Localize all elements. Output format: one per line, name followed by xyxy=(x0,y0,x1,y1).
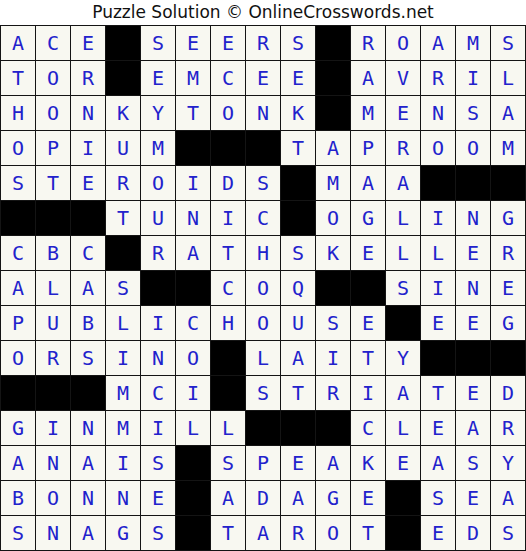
grid-cell: T xyxy=(36,166,70,200)
grid-cell: I xyxy=(106,341,140,375)
grid-cell: N xyxy=(456,271,490,305)
block-cell xyxy=(316,271,350,305)
grid-cell: Y xyxy=(386,341,420,375)
grid-cell: N xyxy=(71,96,105,130)
block-cell xyxy=(71,201,105,235)
grid-cell: A xyxy=(421,446,455,480)
grid-cell: R xyxy=(386,131,420,165)
grid-cell: R xyxy=(246,26,280,60)
grid-cell: T xyxy=(211,236,245,270)
grid-cell: E xyxy=(456,306,490,340)
grid-cell: A xyxy=(386,166,420,200)
block-cell xyxy=(491,341,525,375)
block-cell xyxy=(351,271,385,305)
grid-cell: A xyxy=(71,446,105,480)
grid-cell: P xyxy=(351,131,385,165)
block-cell xyxy=(1,376,35,410)
block-cell xyxy=(246,411,280,445)
grid-cell: N xyxy=(36,446,70,480)
block-cell xyxy=(281,201,315,235)
grid-cell: E xyxy=(456,481,490,515)
block-cell xyxy=(106,26,140,60)
block-cell xyxy=(176,131,210,165)
grid-cell: T xyxy=(1,61,35,95)
grid-cell: D xyxy=(246,481,280,515)
grid-cell: R xyxy=(491,411,525,445)
grid-cell: S xyxy=(316,306,350,340)
grid-cell: R xyxy=(281,516,315,550)
grid-cell: N xyxy=(141,341,175,375)
grid-cell: E xyxy=(491,271,525,305)
block-cell xyxy=(316,26,350,60)
grid-cell: L xyxy=(176,411,210,445)
grid-cell: I xyxy=(71,131,105,165)
grid-cell: T xyxy=(351,341,385,375)
grid-cell: L xyxy=(386,201,420,235)
grid-cell: I xyxy=(316,341,350,375)
grid-cell: R xyxy=(36,341,70,375)
grid-cell: S xyxy=(281,236,315,270)
grid-cell: M xyxy=(316,166,350,200)
grid-cell: S xyxy=(106,271,140,305)
grid-cell: A xyxy=(456,411,490,445)
grid-cell: N xyxy=(421,96,455,130)
grid-cell: N xyxy=(456,201,490,235)
grid-cell: E xyxy=(421,306,455,340)
grid-cell: S xyxy=(421,481,455,515)
grid-cell: Q xyxy=(281,271,315,305)
grid-cell: A xyxy=(1,271,35,305)
grid-cell: Y xyxy=(141,96,175,130)
grid-cell: A xyxy=(421,26,455,60)
grid-cell: C xyxy=(176,306,210,340)
grid-cell: M xyxy=(176,61,210,95)
grid-cell: A xyxy=(316,446,350,480)
grid-cell: N xyxy=(176,201,210,235)
block-cell xyxy=(211,131,245,165)
grid-cell: O xyxy=(36,61,70,95)
grid-cell: K xyxy=(316,236,350,270)
block-cell xyxy=(211,376,245,410)
block-cell xyxy=(106,236,140,270)
grid-cell: T xyxy=(176,96,210,130)
grid-cell: C xyxy=(211,61,245,95)
block-cell xyxy=(491,166,525,200)
block-cell xyxy=(316,411,350,445)
grid-cell: A xyxy=(71,516,105,550)
grid-cell: E xyxy=(211,26,245,60)
grid-cell: C xyxy=(141,376,175,410)
grid-cell: H xyxy=(1,96,35,130)
grid-cell: D xyxy=(491,376,525,410)
grid-cell: A xyxy=(71,271,105,305)
grid-cell: O xyxy=(316,201,350,235)
grid-cell: E xyxy=(71,26,105,60)
grid-cell: A xyxy=(281,481,315,515)
grid-cell: R xyxy=(491,236,525,270)
grid-cell: A xyxy=(1,446,35,480)
grid-cell: I xyxy=(456,61,490,95)
grid-cell: R xyxy=(421,61,455,95)
grid-cell: S xyxy=(491,516,525,550)
grid-cell: P xyxy=(36,131,70,165)
grid-cell: V xyxy=(386,61,420,95)
grid-cell: M xyxy=(141,131,175,165)
grid-cell: N xyxy=(106,481,140,515)
grid-cell: E xyxy=(421,411,455,445)
grid-cell: N xyxy=(71,411,105,445)
block-cell xyxy=(176,481,210,515)
grid-cell: N xyxy=(246,96,280,130)
crossword-grid: ACESEERSROAMSTOREMCEEAVRILHONKYTONKMENSA… xyxy=(0,25,526,551)
grid-cell: N xyxy=(36,516,70,550)
grid-cell: A xyxy=(211,481,245,515)
block-cell xyxy=(386,306,420,340)
grid-cell: C xyxy=(246,201,280,235)
grid-cell: L xyxy=(491,61,525,95)
grid-cell: K xyxy=(351,446,385,480)
grid-cell: B xyxy=(36,236,70,270)
grid-cell: I xyxy=(141,411,175,445)
grid-cell: S xyxy=(246,376,280,410)
grid-cell: C xyxy=(36,26,70,60)
grid-cell: S xyxy=(386,271,420,305)
grid-cell: O xyxy=(386,26,420,60)
grid-cell: M xyxy=(491,131,525,165)
grid-cell: E xyxy=(351,236,385,270)
grid-cell: O xyxy=(246,306,280,340)
grid-cell: D xyxy=(456,516,490,550)
grid-cell: B xyxy=(71,306,105,340)
grid-cell: M xyxy=(456,26,490,60)
grid-cell: L xyxy=(106,306,140,340)
grid-cell: D xyxy=(211,166,245,200)
grid-cell: A xyxy=(246,516,280,550)
grid-cell: T xyxy=(211,516,245,550)
grid-cell: O xyxy=(456,131,490,165)
grid-cell: O xyxy=(1,131,35,165)
puzzle-page: Puzzle Solution © OnlineCrosswords.net A… xyxy=(0,0,526,551)
grid-cell: T xyxy=(281,376,315,410)
block-cell xyxy=(456,166,490,200)
grid-cell: I xyxy=(421,271,455,305)
grid-cell: T xyxy=(281,131,315,165)
grid-cell: O xyxy=(211,96,245,130)
grid-cell: S xyxy=(71,341,105,375)
block-cell xyxy=(141,271,175,305)
grid-cell: C xyxy=(211,271,245,305)
grid-cell: S xyxy=(211,446,245,480)
grid-cell: E xyxy=(281,446,315,480)
grid-cell: G xyxy=(1,411,35,445)
grid-cell: E xyxy=(246,61,280,95)
grid-cell: I xyxy=(36,411,70,445)
page-title: Puzzle Solution © OnlineCrosswords.net xyxy=(0,0,526,25)
grid-cell: I xyxy=(176,376,210,410)
grid-cell: I xyxy=(176,166,210,200)
grid-cell: A xyxy=(1,26,35,60)
grid-cell: P xyxy=(1,306,35,340)
grid-cell: S xyxy=(1,166,35,200)
block-cell xyxy=(176,271,210,305)
grid-cell: M xyxy=(351,96,385,130)
grid-cell: S xyxy=(246,166,280,200)
grid-cell: E xyxy=(421,516,455,550)
grid-cell: R xyxy=(351,26,385,60)
grid-cell: C xyxy=(1,236,35,270)
grid-cell: H xyxy=(246,236,280,270)
grid-cell: A xyxy=(176,236,210,270)
block-cell xyxy=(36,376,70,410)
block-cell xyxy=(386,516,420,550)
grid-cell: A xyxy=(316,131,350,165)
grid-cell: U xyxy=(281,306,315,340)
grid-cell: E xyxy=(141,61,175,95)
grid-cell: Y xyxy=(491,446,525,480)
grid-cell: I xyxy=(141,306,175,340)
block-cell xyxy=(421,341,455,375)
block-cell xyxy=(421,166,455,200)
grid-cell: O xyxy=(36,481,70,515)
grid-cell: S xyxy=(456,446,490,480)
grid-cell: B xyxy=(1,481,35,515)
grid-cell: E xyxy=(281,61,315,95)
block-cell xyxy=(316,61,350,95)
grid-cell: A xyxy=(491,481,525,515)
grid-cell: U xyxy=(36,306,70,340)
grid-cell: E xyxy=(386,96,420,130)
block-cell xyxy=(211,341,245,375)
grid-cell: L xyxy=(211,411,245,445)
block-cell xyxy=(176,446,210,480)
grid-cell: E xyxy=(176,26,210,60)
grid-cell: E xyxy=(351,306,385,340)
grid-cell: U xyxy=(141,201,175,235)
grid-cell: O xyxy=(36,96,70,130)
block-cell xyxy=(281,166,315,200)
block-cell xyxy=(386,481,420,515)
grid-cell: O xyxy=(1,341,35,375)
grid-cell: M xyxy=(106,376,140,410)
grid-cell: S xyxy=(491,26,525,60)
grid-cell: L xyxy=(36,271,70,305)
block-cell xyxy=(71,376,105,410)
grid-cell: L xyxy=(246,341,280,375)
block-cell xyxy=(281,411,315,445)
block-cell xyxy=(106,61,140,95)
grid-cell: E xyxy=(456,236,490,270)
grid-cell: A xyxy=(281,341,315,375)
grid-cell: A xyxy=(491,96,525,130)
grid-cell: O xyxy=(141,166,175,200)
grid-cell: G xyxy=(491,201,525,235)
grid-cell: E xyxy=(351,481,385,515)
grid-cell: C xyxy=(351,411,385,445)
grid-cell: G xyxy=(316,481,350,515)
grid-cell: S xyxy=(141,446,175,480)
grid-cell: S xyxy=(281,26,315,60)
grid-cell: A xyxy=(351,61,385,95)
grid-cell: O xyxy=(246,271,280,305)
grid-cell: R xyxy=(316,376,350,410)
block-cell xyxy=(246,131,280,165)
grid-cell: L xyxy=(386,411,420,445)
grid-cell: E xyxy=(71,166,105,200)
block-cell xyxy=(456,341,490,375)
grid-cell: T xyxy=(421,376,455,410)
grid-cell: O xyxy=(316,516,350,550)
grid-cell: G xyxy=(491,306,525,340)
grid-cell: U xyxy=(106,131,140,165)
grid-cell: O xyxy=(176,341,210,375)
grid-cell: I xyxy=(211,201,245,235)
block-cell xyxy=(1,201,35,235)
grid-cell: R xyxy=(106,166,140,200)
grid-cell: K xyxy=(106,96,140,130)
grid-cell: G xyxy=(351,201,385,235)
grid-cell: E xyxy=(386,446,420,480)
grid-cell: S xyxy=(141,26,175,60)
grid-cell: K xyxy=(281,96,315,130)
grid-cell: H xyxy=(211,306,245,340)
grid-cell: M xyxy=(106,411,140,445)
grid-cell: A xyxy=(386,376,420,410)
grid-cell: C xyxy=(71,236,105,270)
grid-cell: I xyxy=(106,446,140,480)
block-cell xyxy=(176,516,210,550)
grid-cell: T xyxy=(351,516,385,550)
grid-cell: R xyxy=(141,236,175,270)
grid-cell: L xyxy=(386,236,420,270)
grid-cell: S xyxy=(141,516,175,550)
grid-cell: I xyxy=(351,376,385,410)
grid-cell: E xyxy=(456,376,490,410)
grid-cell: S xyxy=(1,516,35,550)
grid-cell: L xyxy=(421,236,455,270)
grid-cell: E xyxy=(141,481,175,515)
block-cell xyxy=(36,201,70,235)
grid-cell: O xyxy=(421,131,455,165)
grid-cell: A xyxy=(351,166,385,200)
grid-cell: I xyxy=(421,201,455,235)
grid-cell: P xyxy=(246,446,280,480)
grid-cell: S xyxy=(456,96,490,130)
grid-cell: T xyxy=(106,201,140,235)
block-cell xyxy=(316,96,350,130)
grid-cell: G xyxy=(106,516,140,550)
grid-cell: R xyxy=(71,61,105,95)
grid-cell: N xyxy=(71,481,105,515)
